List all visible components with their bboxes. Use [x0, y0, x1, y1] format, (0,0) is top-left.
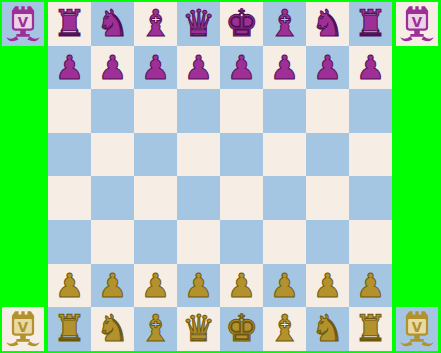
square-f1[interactable]: ♝	[263, 307, 306, 351]
chess-board: V♜♞♝♛♚♝♞♜V♟♟♟♟♟♟♟♟♟♟♟♟♟♟♟♟V♜♞♝♛♚♝♞♜V	[2, 2, 438, 351]
purple-v-piece[interactable]: V	[4, 4, 42, 44]
off-board-area	[2, 133, 44, 177]
svg-text:V: V	[18, 15, 29, 30]
purple-rook[interactable]: ♜	[354, 5, 387, 42]
square-a7[interactable]: ♟	[48, 46, 91, 90]
purple-rook[interactable]: ♜	[53, 5, 86, 42]
square-e2[interactable]: ♟	[220, 264, 263, 308]
square-c8[interactable]: ♝	[134, 2, 177, 46]
gold-pawn[interactable]: ♟	[227, 269, 257, 302]
square-d8[interactable]: ♛	[177, 2, 220, 46]
square-d3[interactable]	[177, 220, 220, 264]
gold-rook[interactable]: ♜	[53, 310, 86, 347]
gold-pawn[interactable]: ♟	[98, 269, 128, 302]
square-e5[interactable]	[220, 133, 263, 177]
square-c1[interactable]: ♝	[134, 307, 177, 351]
square-h3[interactable]	[349, 220, 392, 264]
square-b3[interactable]	[91, 220, 134, 264]
square-e6[interactable]	[220, 89, 263, 133]
square-d6[interactable]	[177, 89, 220, 133]
square-h6[interactable]	[349, 89, 392, 133]
purple-pawn[interactable]: ♟	[270, 51, 300, 84]
square-f7[interactable]: ♟	[263, 46, 306, 90]
purple-pawn[interactable]: ♟	[184, 51, 214, 84]
purple-pawn[interactable]: ♟	[141, 51, 171, 84]
square-a8[interactable]: ♜	[48, 2, 91, 46]
square-f4[interactable]	[263, 176, 306, 220]
gold-bishop[interactable]: ♝	[139, 310, 172, 347]
off-board-area	[2, 176, 44, 220]
square-a4[interactable]	[48, 176, 91, 220]
corner-square-bottom-right[interactable]: V	[396, 307, 438, 351]
off-board-area	[396, 89, 438, 133]
off-board-area	[2, 89, 44, 133]
purple-pawn[interactable]: ♟	[55, 51, 85, 84]
square-a3[interactable]	[48, 220, 91, 264]
gold-queen[interactable]: ♛	[182, 310, 215, 347]
square-h7[interactable]: ♟	[349, 46, 392, 90]
square-c4[interactable]	[134, 176, 177, 220]
svg-text:V: V	[412, 320, 423, 335]
square-f6[interactable]	[263, 89, 306, 133]
square-a2[interactable]: ♟	[48, 264, 91, 308]
square-b1[interactable]: ♞	[91, 307, 134, 351]
square-g8[interactable]: ♞	[306, 2, 349, 46]
off-board-area	[2, 220, 44, 264]
square-g4[interactable]	[306, 176, 349, 220]
square-c7[interactable]: ♟	[134, 46, 177, 90]
square-d7[interactable]: ♟	[177, 46, 220, 90]
purple-bishop[interactable]: ♝	[268, 5, 301, 42]
square-c6[interactable]	[134, 89, 177, 133]
corner-square-top-left[interactable]: V	[2, 2, 44, 46]
square-h4[interactable]	[349, 176, 392, 220]
off-board-area	[2, 264, 44, 308]
purple-queen[interactable]: ♛	[182, 5, 215, 42]
gold-king[interactable]: ♚	[225, 310, 258, 347]
square-d1[interactable]: ♛	[177, 307, 220, 351]
square-b2[interactable]: ♟	[91, 264, 134, 308]
corner-square-top-right[interactable]: V	[396, 2, 438, 46]
square-c2[interactable]: ♟	[134, 264, 177, 308]
square-g3[interactable]	[306, 220, 349, 264]
gold-bishop[interactable]: ♝	[268, 310, 301, 347]
square-f2[interactable]: ♟	[263, 264, 306, 308]
purple-knight[interactable]: ♞	[311, 5, 344, 42]
square-g5[interactable]	[306, 133, 349, 177]
square-b8[interactable]: ♞	[91, 2, 134, 46]
purple-bishop[interactable]: ♝	[139, 5, 172, 42]
gold-pawn[interactable]: ♟	[270, 269, 300, 302]
square-d4[interactable]	[177, 176, 220, 220]
square-g1[interactable]: ♞	[306, 307, 349, 351]
gold-v-piece[interactable]: V	[398, 309, 436, 349]
square-a5[interactable]	[48, 133, 91, 177]
off-board-area	[396, 264, 438, 308]
square-f3[interactable]	[263, 220, 306, 264]
square-b6[interactable]	[91, 89, 134, 133]
corner-square-bottom-left[interactable]: V	[2, 307, 44, 351]
gold-v-piece[interactable]: V	[4, 309, 42, 349]
square-h2[interactable]: ♟	[349, 264, 392, 308]
purple-pawn[interactable]: ♟	[313, 51, 343, 84]
purple-pawn[interactable]: ♟	[356, 51, 386, 84]
square-g2[interactable]: ♟	[306, 264, 349, 308]
purple-knight[interactable]: ♞	[96, 5, 129, 42]
gold-pawn[interactable]: ♟	[184, 269, 214, 302]
gold-pawn[interactable]: ♟	[141, 269, 171, 302]
square-b5[interactable]	[91, 133, 134, 177]
svg-text:V: V	[18, 320, 29, 335]
off-board-area	[396, 220, 438, 264]
square-e3[interactable]	[220, 220, 263, 264]
purple-king[interactable]: ♚	[225, 5, 258, 42]
gold-knight[interactable]: ♞	[311, 310, 344, 347]
square-e7[interactable]: ♟	[220, 46, 263, 90]
square-d5[interactable]	[177, 133, 220, 177]
square-d2[interactable]: ♟	[177, 264, 220, 308]
off-board-area	[396, 133, 438, 177]
square-b7[interactable]: ♟	[91, 46, 134, 90]
gold-pawn[interactable]: ♟	[313, 269, 343, 302]
gold-pawn[interactable]: ♟	[55, 269, 85, 302]
square-f8[interactable]: ♝	[263, 2, 306, 46]
purple-v-piece[interactable]: V	[398, 4, 436, 44]
off-board-area	[396, 46, 438, 90]
square-b4[interactable]	[91, 176, 134, 220]
square-h1[interactable]: ♜	[349, 307, 392, 351]
square-e1[interactable]: ♚	[220, 307, 263, 351]
square-g6[interactable]	[306, 89, 349, 133]
square-f5[interactable]	[263, 133, 306, 177]
gold-pawn[interactable]: ♟	[356, 269, 386, 302]
square-h8[interactable]: ♜	[349, 2, 392, 46]
svg-text:V: V	[412, 15, 423, 30]
square-e8[interactable]: ♚	[220, 2, 263, 46]
purple-pawn[interactable]: ♟	[98, 51, 128, 84]
gold-rook[interactable]: ♜	[354, 310, 387, 347]
square-c3[interactable]	[134, 220, 177, 264]
square-a1[interactable]: ♜	[48, 307, 91, 351]
purple-pawn[interactable]: ♟	[227, 51, 257, 84]
gold-knight[interactable]: ♞	[96, 310, 129, 347]
square-c5[interactable]	[134, 133, 177, 177]
square-h5[interactable]	[349, 133, 392, 177]
off-board-area	[396, 176, 438, 220]
off-board-area	[2, 46, 44, 90]
square-g7[interactable]: ♟	[306, 46, 349, 90]
square-e4[interactable]	[220, 176, 263, 220]
square-a6[interactable]	[48, 89, 91, 133]
